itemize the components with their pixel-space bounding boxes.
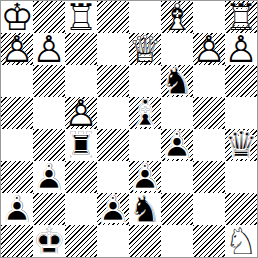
white-bishop: ♝♗ <box>161 1 193 33</box>
white-pawn-icon: ♟ <box>225 33 257 65</box>
white-knight: ♞♘ <box>225 225 257 257</box>
black-rook-icon: ♜ <box>65 129 97 161</box>
square-f2[interactable] <box>161 193 193 225</box>
black-pawn: ♟♙ <box>161 129 193 161</box>
white-rook-icon: ♜ <box>225 1 257 33</box>
white-pawn: ♟♙ <box>33 33 65 65</box>
square-e6[interactable] <box>129 65 161 97</box>
white-bishop-icon: ♝ <box>161 1 193 33</box>
square-b3[interactable]: ♟♙ <box>33 161 65 193</box>
white-king: ♚♔ <box>1 1 33 33</box>
square-f8[interactable]: ♝♗ <box>161 1 193 33</box>
black-pawn-outline-icon: ♙ <box>97 193 129 225</box>
black-queen-outline-icon: ♕ <box>225 129 257 161</box>
square-b6[interactable] <box>33 65 65 97</box>
white-bishop-outline-icon: ♗ <box>161 1 193 33</box>
white-rook: ♜♖ <box>225 1 257 33</box>
white-pawn: ♟♙ <box>65 97 97 129</box>
black-knight-outline-icon: ♘ <box>161 65 193 97</box>
square-g4[interactable] <box>193 129 225 161</box>
square-e4[interactable] <box>129 129 161 161</box>
black-knight: ♞♘ <box>129 193 161 225</box>
square-c2[interactable] <box>65 193 97 225</box>
square-h8[interactable]: ♜♖ <box>225 1 257 33</box>
square-a5[interactable] <box>1 97 33 129</box>
black-queen: ♛♕ <box>225 129 257 161</box>
square-d1[interactable] <box>97 225 129 257</box>
white-king-icon: ♚ <box>1 1 33 33</box>
white-queen-icon: ♛ <box>129 33 161 65</box>
black-king: ♚♔ <box>33 225 65 257</box>
square-h7[interactable]: ♟♙ <box>225 33 257 65</box>
white-queen: ♛♕ <box>129 33 161 65</box>
square-d8[interactable] <box>97 1 129 33</box>
square-f1[interactable] <box>161 225 193 257</box>
white-pawn-outline-icon: ♙ <box>1 33 33 65</box>
square-e3[interactable]: ♟♙ <box>129 161 161 193</box>
square-b8[interactable] <box>33 1 65 33</box>
white-pawn-icon: ♟ <box>1 33 33 65</box>
square-f4[interactable]: ♟♙ <box>161 129 193 161</box>
black-pawn-outline-icon: ♙ <box>33 161 65 193</box>
square-h6[interactable] <box>225 65 257 97</box>
white-pawn-outline-icon: ♙ <box>33 33 65 65</box>
white-rook-outline-icon: ♖ <box>225 1 257 33</box>
square-e2[interactable]: ♞♘ <box>129 193 161 225</box>
white-pawn: ♟♙ <box>225 33 257 65</box>
black-pawn-outline-icon: ♙ <box>1 193 33 225</box>
black-pawn-outline-icon: ♙ <box>161 129 193 161</box>
square-a3[interactable] <box>1 161 33 193</box>
white-pawn-icon: ♟ <box>65 97 97 129</box>
square-d2[interactable]: ♟♙ <box>97 193 129 225</box>
square-g6[interactable] <box>193 65 225 97</box>
white-rook: ♜♖ <box>65 1 97 33</box>
black-queen-icon: ♛ <box>225 129 257 161</box>
black-knight: ♞♘ <box>161 65 193 97</box>
white-pawn: ♟♙ <box>1 33 33 65</box>
black-pawn: ♟♙ <box>1 193 33 225</box>
square-d3[interactable] <box>97 161 129 193</box>
square-a1[interactable] <box>1 225 33 257</box>
square-d7[interactable] <box>97 33 129 65</box>
square-h3[interactable] <box>225 161 257 193</box>
black-pawn: ♟♙ <box>129 161 161 193</box>
square-f3[interactable] <box>161 161 193 193</box>
square-e1[interactable] <box>129 225 161 257</box>
square-h4[interactable]: ♛♕ <box>225 129 257 161</box>
square-a2[interactable]: ♟♙ <box>1 193 33 225</box>
white-pawn-icon: ♟ <box>193 33 225 65</box>
black-pawn-icon: ♟ <box>129 161 161 193</box>
black-bishop-outline-icon: ♗ <box>129 97 161 129</box>
black-pawn: ♟♙ <box>97 193 129 225</box>
black-king-icon: ♚ <box>33 225 65 257</box>
black-knight-icon: ♞ <box>129 193 161 225</box>
square-g5[interactable] <box>193 97 225 129</box>
square-a7[interactable]: ♟♙ <box>1 33 33 65</box>
square-c8[interactable]: ♜♖ <box>65 1 97 33</box>
black-knight-outline-icon: ♘ <box>129 193 161 225</box>
square-a8[interactable]: ♚♔ <box>1 1 33 33</box>
square-a6[interactable] <box>1 65 33 97</box>
black-bishop-icon: ♝ <box>129 97 161 129</box>
square-h5[interactable] <box>225 97 257 129</box>
white-knight-icon: ♞ <box>225 225 257 257</box>
square-e8[interactable] <box>129 1 161 33</box>
square-e7[interactable]: ♛♕ <box>129 33 161 65</box>
square-c7[interactable] <box>65 33 97 65</box>
black-pawn: ♟♙ <box>33 161 65 193</box>
square-e5[interactable]: ♝♗ <box>129 97 161 129</box>
square-f7[interactable] <box>161 33 193 65</box>
black-pawn-outline-icon: ♙ <box>129 161 161 193</box>
white-rook-icon: ♜ <box>65 1 97 33</box>
white-pawn-icon: ♟ <box>33 33 65 65</box>
square-g3[interactable] <box>193 161 225 193</box>
square-b5[interactable] <box>33 97 65 129</box>
square-g8[interactable] <box>193 1 225 33</box>
black-bishop: ♝♗ <box>129 97 161 129</box>
square-f5[interactable] <box>161 97 193 129</box>
square-c4[interactable]: ♜♖ <box>65 129 97 161</box>
chess-board: ♚♔♜♖♝♗♜♖♟♙♟♙♛♕♟♙♟♙♞♘♟♙♝♗♜♖♟♙♛♕♟♙♟♙♟♙♟♙♞♘… <box>0 0 258 258</box>
square-d4[interactable] <box>97 129 129 161</box>
square-c6[interactable] <box>65 65 97 97</box>
square-c1[interactable] <box>65 225 97 257</box>
white-pawn: ♟♙ <box>193 33 225 65</box>
black-pawn-icon: ♟ <box>1 193 33 225</box>
square-f6[interactable]: ♞♘ <box>161 65 193 97</box>
square-h2[interactable] <box>225 193 257 225</box>
square-c3[interactable] <box>65 161 97 193</box>
square-d6[interactable] <box>97 65 129 97</box>
black-knight-icon: ♞ <box>161 65 193 97</box>
white-king-outline-icon: ♔ <box>1 1 33 33</box>
black-pawn-icon: ♟ <box>161 129 193 161</box>
white-pawn-outline-icon: ♙ <box>225 33 257 65</box>
black-pawn-icon: ♟ <box>33 161 65 193</box>
white-pawn-outline-icon: ♙ <box>65 97 97 129</box>
square-g7[interactable]: ♟♙ <box>193 33 225 65</box>
square-c5[interactable]: ♟♙ <box>65 97 97 129</box>
black-pawn-icon: ♟ <box>97 193 129 225</box>
white-rook-outline-icon: ♖ <box>65 1 97 33</box>
white-queen-outline-icon: ♕ <box>129 33 161 65</box>
white-pawn-outline-icon: ♙ <box>193 33 225 65</box>
square-b4[interactable] <box>33 129 65 161</box>
black-rook: ♜♖ <box>65 129 97 161</box>
square-b2[interactable] <box>33 193 65 225</box>
square-g1[interactable] <box>193 225 225 257</box>
square-a4[interactable] <box>1 129 33 161</box>
square-b1[interactable]: ♚♔ <box>33 225 65 257</box>
black-rook-outline-icon: ♖ <box>65 129 97 161</box>
square-b7[interactable]: ♟♙ <box>33 33 65 65</box>
square-h1[interactable]: ♞♘ <box>225 225 257 257</box>
black-king-outline-icon: ♔ <box>33 225 65 257</box>
white-knight-outline-icon: ♘ <box>225 225 257 257</box>
square-g2[interactable] <box>193 193 225 225</box>
square-d5[interactable] <box>97 97 129 129</box>
